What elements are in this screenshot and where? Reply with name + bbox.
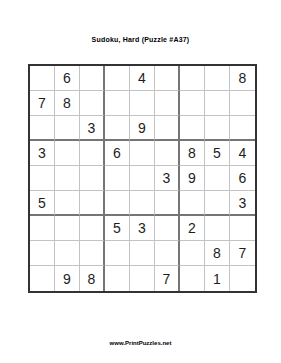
cell-r1c5: 4 (130, 66, 155, 91)
cell-r8c7 (180, 241, 205, 266)
cell-r2c1: 7 (30, 91, 55, 116)
cell-r9c3: 8 (80, 266, 105, 291)
cell-r4c9: 4 (230, 141, 255, 166)
cell-r7c1 (30, 216, 55, 241)
cell-r9c7 (180, 266, 205, 291)
cell-r8c2 (55, 241, 80, 266)
cell-r3c6 (155, 116, 180, 141)
sudoku-board: 64878393685439653532879871 (28, 64, 257, 293)
cell-r4c2 (55, 141, 80, 166)
cell-r9c6: 7 (155, 266, 180, 291)
cell-r6c4 (105, 191, 130, 216)
cell-r4c3 (80, 141, 105, 166)
cell-r3c1 (30, 116, 55, 141)
cell-r7c8 (205, 216, 230, 241)
cell-r9c8: 1 (205, 266, 230, 291)
cell-r5c9: 6 (230, 166, 255, 191)
cell-r5c8 (205, 166, 230, 191)
cell-r8c6 (155, 241, 180, 266)
cell-r3c4 (105, 116, 130, 141)
cell-r7c5: 3 (130, 216, 155, 241)
cell-r7c9 (230, 216, 255, 241)
cell-r8c3 (80, 241, 105, 266)
cell-r2c4 (105, 91, 130, 116)
cell-r3c8 (205, 116, 230, 141)
cell-r1c6 (155, 66, 180, 91)
cell-r2c2: 8 (55, 91, 80, 116)
cell-r3c2 (55, 116, 80, 141)
cell-r6c3 (80, 191, 105, 216)
cell-r8c9: 7 (230, 241, 255, 266)
cell-r3c7 (180, 116, 205, 141)
cell-r1c4 (105, 66, 130, 91)
cell-r5c6: 3 (155, 166, 180, 191)
cell-r7c6 (155, 216, 180, 241)
cell-r1c9: 8 (230, 66, 255, 91)
cell-r2c9 (230, 91, 255, 116)
cell-r8c4 (105, 241, 130, 266)
cell-r4c4: 6 (105, 141, 130, 166)
cell-r5c3 (80, 166, 105, 191)
cell-r6c6 (155, 191, 180, 216)
cell-r4c5 (130, 141, 155, 166)
cell-r2c3 (80, 91, 105, 116)
cell-r2c5 (130, 91, 155, 116)
cell-r2c7 (180, 91, 205, 116)
printable-sudoku-page: Sudoku, Hard (Puzzle #A37) 6487839368543… (0, 0, 281, 363)
cell-r9c9 (230, 266, 255, 291)
cell-r1c2: 6 (55, 66, 80, 91)
cell-r8c8: 8 (205, 241, 230, 266)
cell-r9c5 (130, 266, 155, 291)
cell-r5c2 (55, 166, 80, 191)
cell-r9c1 (30, 266, 55, 291)
cell-r9c2: 9 (55, 266, 80, 291)
cell-r2c6 (155, 91, 180, 116)
cell-r5c1 (30, 166, 55, 191)
cell-r1c7 (180, 66, 205, 91)
cell-r3c3: 3 (80, 116, 105, 141)
cell-r6c5 (130, 191, 155, 216)
cell-r4c6 (155, 141, 180, 166)
cell-r6c8 (205, 191, 230, 216)
cell-r3c5: 9 (130, 116, 155, 141)
cell-r1c1 (30, 66, 55, 91)
cell-r6c2 (55, 191, 80, 216)
cell-r7c3 (80, 216, 105, 241)
cell-r5c5 (130, 166, 155, 191)
cell-r4c1: 3 (30, 141, 55, 166)
cell-r7c4: 5 (105, 216, 130, 241)
cell-r5c7: 9 (180, 166, 205, 191)
cell-r9c4 (105, 266, 130, 291)
footer-url: www.PrintPuzzles.net (0, 340, 281, 346)
cell-r6c9: 3 (230, 191, 255, 216)
cell-r7c2 (55, 216, 80, 241)
cell-r3c9 (230, 116, 255, 141)
cell-r7c7: 2 (180, 216, 205, 241)
puzzle-title: Sudoku, Hard (Puzzle #A37) (0, 36, 281, 43)
cell-r4c7: 8 (180, 141, 205, 166)
cell-r1c3 (80, 66, 105, 91)
cell-r8c5 (130, 241, 155, 266)
cell-r5c4 (105, 166, 130, 191)
cell-r8c1 (30, 241, 55, 266)
cell-r6c1: 5 (30, 191, 55, 216)
cell-r6c7 (180, 191, 205, 216)
cell-r2c8 (205, 91, 230, 116)
cell-r4c8: 5 (205, 141, 230, 166)
cell-r1c8 (205, 66, 230, 91)
